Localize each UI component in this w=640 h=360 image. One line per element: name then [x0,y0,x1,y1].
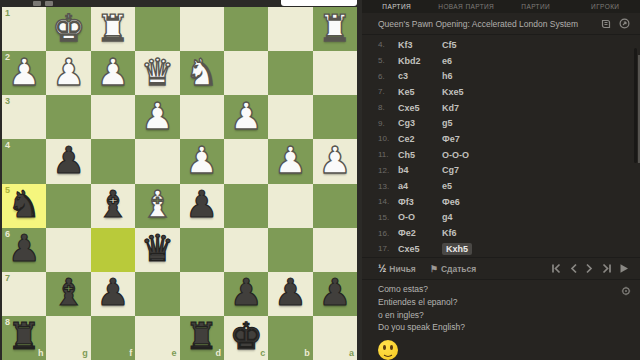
move-white[interactable]: Фe2 [398,228,442,238]
move-row: 12.b4Cg7 [362,163,640,179]
move-row: 9.Cg3g5 [362,115,640,131]
square-b7[interactable]: ♟ [268,272,312,316]
chat-message: Entiendes el epanol? [378,296,624,309]
black-rook[interactable]: ♜ [8,318,41,355]
half-point-icon: ½ [378,263,386,274]
file-label-a: a [349,349,354,358]
move-nav [551,263,640,274]
square-a8[interactable]: a [313,316,357,360]
white-rook[interactable]: ♜ [318,10,351,47]
black-pawn[interactable]: ♟ [318,274,351,311]
square-d2[interactable]: ♞ [180,51,224,95]
move-white[interactable]: Kf3 [398,40,442,50]
move-row: 8.Cxe5Kd7 [362,100,640,116]
square-c3[interactable]: ♟ [224,95,268,139]
square-e4[interactable] [135,139,179,183]
move-row: 14.Фf3Фe6 [362,194,640,210]
square-e5[interactable]: ♝ [135,184,179,228]
square-g8[interactable]: g [46,316,90,360]
chess-board[interactable]: 1♚♜♜2♟♟♟♛♞3♟♟4♟♟♟♟5♞♝♝♟6♟♛7♝♟♟♟♟8h♜gfed♜… [2,7,357,360]
move-number: 12. [378,166,398,175]
move-row: 11.Ch5O-O-O [362,147,640,163]
move-white[interactable]: Ch5 [398,150,442,160]
chat-area: Como estas?Entiendes el epanol?o en ingl… [362,278,640,360]
square-e6[interactable]: ♛ [135,228,179,272]
move-list-scrollbar[interactable] [634,48,637,163]
last-move-icon[interactable] [601,263,612,274]
black-pawn[interactable]: ♟ [274,274,307,311]
square-b1[interactable] [268,7,312,51]
black-king[interactable]: ♚ [229,318,262,355]
move-black[interactable]: Kxe5 [442,87,464,97]
square-g2[interactable]: ♟ [46,51,90,95]
square-g5[interactable] [46,184,90,228]
move-number: 16. [378,229,398,238]
square-d4[interactable]: ♟ [180,139,224,183]
move-number: 4. [378,40,398,49]
black-queen[interactable]: ♛ [141,230,174,267]
opening-book-icon[interactable] [601,19,611,29]
square-e7[interactable] [135,272,179,316]
move-black[interactable]: Cg7 [442,165,459,175]
black-pawn[interactable]: ♟ [96,274,129,311]
square-h2[interactable]: 2♟ [2,51,46,95]
file-label-f: f [129,349,132,358]
square-e3[interactable]: ♟ [135,95,179,139]
move-number: 10. [378,134,398,143]
square-c7[interactable]: ♟ [224,272,268,316]
rank-label-1: 1 [5,9,10,18]
black-bishop[interactable]: ♝ [96,186,129,223]
move-black[interactable]: Kf6 [442,228,457,238]
opening-name: Queen's Pawn Opening: Accelerated London… [378,19,601,29]
tab-партии[interactable]: ПАРТИИ [501,0,571,13]
move-number: 6. [378,72,398,81]
square-f4[interactable] [91,139,135,183]
square-f1[interactable]: ♜ [91,7,135,51]
white-pawn[interactable]: ♟ [185,142,218,179]
square-g4[interactable]: ♟ [46,139,90,183]
move-white[interactable]: Cxe5 [398,244,442,254]
move-black[interactable]: Kxh5 [442,244,472,254]
window-icons [33,1,53,6]
move-black[interactable]: g4 [442,212,453,222]
move-row: 10.Ce2Фe7 [362,131,640,147]
move-row: 17.Cxe5Kxh5 [362,241,640,257]
square-b8[interactable]: b [268,316,312,360]
resign-label: Сдаться [441,264,476,274]
square-a4[interactable]: ♟ [313,139,357,183]
square-g1[interactable]: ♚ [46,7,90,51]
panel-tabs: ПАРТИЯНОВАЯ ПАРТИЯПАРТИИИГРОКИ [362,0,640,13]
move-number: 17. [378,244,398,253]
move-white[interactable]: O-O [398,212,442,222]
draw-button[interactable]: ½ Ничья [378,263,416,274]
square-h7[interactable]: 7 [2,272,46,316]
draw-label: Ничья [389,264,415,274]
square-d6[interactable] [180,228,224,272]
move-row: 6.c3h6 [362,68,640,84]
square-c5[interactable] [224,184,268,228]
move-number: 8. [378,103,398,112]
file-label-e: e [171,349,176,358]
square-e1[interactable] [135,7,179,51]
white-bishop[interactable]: ♝ [141,186,174,223]
resign-button[interactable]: ⚑ Сдаться [430,264,476,274]
file-label-b: b [304,349,310,358]
move-white[interactable]: b4 [398,165,442,175]
square-a1[interactable]: ♜ [313,7,357,51]
rank-label-4: 4 [5,141,10,150]
move-black[interactable]: e6 [442,56,452,66]
move-number: 13. [378,182,398,191]
explorer-icon[interactable] [619,18,630,29]
cutoff-white-box [281,0,357,6]
move-black[interactable]: Kd7 [442,103,459,113]
rank-label-7: 7 [5,274,10,283]
move-row: 7.Ke5Kxe5 [362,84,640,100]
opening-row: Queen's Pawn Opening: Accelerated London… [362,13,640,35]
square-f6[interactable] [91,228,135,272]
square-d7[interactable] [180,272,224,316]
black-knight[interactable]: ♞ [8,186,41,223]
first-move-icon[interactable] [551,263,562,274]
square-b6[interactable] [268,228,312,272]
square-a3[interactable] [313,95,357,139]
square-a5[interactable] [313,184,357,228]
square-b3[interactable] [268,95,312,139]
chat-message: Como estas? [378,283,624,296]
tab-партия[interactable]: ПАРТИЯ [362,0,432,13]
move-white[interactable]: Cg3 [398,118,442,128]
square-c2[interactable] [224,51,268,95]
black-pawn[interactable]: ♟ [229,274,262,311]
square-a6[interactable] [313,228,357,272]
square-f7[interactable]: ♟ [91,272,135,316]
square-f5[interactable]: ♝ [91,184,135,228]
side-panel: ПАРТИЯНОВАЯ ПАРТИЯПАРТИИИГРОКИ Queen's P… [362,0,640,360]
previous-move-icon[interactable] [569,263,578,274]
square-a7[interactable]: ♟ [313,272,357,316]
move-black[interactable]: Фe7 [442,134,460,144]
white-queen[interactable]: ♛ [141,54,174,91]
top-strip [0,0,362,7]
move-black[interactable]: O-O-O [442,150,469,160]
square-h4[interactable]: 4 [2,139,46,183]
square-b5[interactable] [268,184,312,228]
square-f3[interactable] [91,95,135,139]
square-a2[interactable] [313,51,357,95]
chat-messages: Como estas?Entiendes el epanol?o en ingl… [378,283,624,334]
move-white[interactable]: Ke5 [398,87,442,97]
chat-settings-gear-icon[interactable] [621,282,631,300]
move-white[interactable]: Ce2 [398,134,442,144]
square-d5[interactable]: ♟ [180,184,224,228]
move-white[interactable]: Kbd2 [398,56,442,66]
move-number: 11. [378,150,398,159]
square-h3[interactable]: 3 [2,95,46,139]
move-black[interactable]: Cf5 [442,40,457,50]
tab-новая-партия[interactable]: НОВАЯ ПАРТИЯ [432,0,502,13]
white-pawn[interactable]: ♟ [141,98,174,135]
move-row: 16.Фe2Kf6 [362,225,640,241]
square-h6[interactable]: 6♟ [2,228,46,272]
move-white[interactable]: a4 [398,181,442,191]
move-black[interactable]: h6 [442,71,453,81]
white-pawn[interactable]: ♟ [274,142,307,179]
white-king[interactable]: ♚ [52,10,85,47]
move-number: 7. [378,87,398,96]
white-pawn[interactable]: ♟ [229,98,262,135]
move-black[interactable]: g5 [442,118,453,128]
square-d3[interactable] [180,95,224,139]
white-pawn[interactable]: ♟ [52,54,85,91]
chat-message: Do you speak English? [378,321,624,334]
smiley-face-emoji [378,340,398,360]
black-pawn[interactable]: ♟ [8,230,41,267]
square-c4[interactable] [224,139,268,183]
square-c1[interactable] [224,7,268,51]
square-g7[interactable]: ♝ [46,272,90,316]
tab-игроки[interactable]: ИГРОКИ [571,0,640,13]
autoplay-icon[interactable] [619,263,629,274]
resign-flag-icon: ⚑ [430,264,438,274]
move-row: 15.O-Og4 [362,210,640,226]
square-f2[interactable]: ♟ [91,51,135,95]
move-white[interactable]: Фf3 [398,197,442,207]
square-c8[interactable]: c♚ [224,316,268,360]
move-black[interactable]: Фe6 [442,197,460,207]
move-number: 5. [378,56,398,65]
move-row: 5.Kbd2e6 [362,53,640,69]
chat-message: o en ingles? [378,309,624,322]
square-h5[interactable]: 5♞ [2,184,46,228]
square-e8[interactable]: e [135,316,179,360]
square-b4[interactable]: ♟ [268,139,312,183]
square-g6[interactable] [46,228,90,272]
square-h8[interactable]: 8h♜ [2,316,46,360]
move-black[interactable]: e5 [442,181,452,191]
white-rook[interactable]: ♜ [96,10,129,47]
square-b2[interactable] [268,51,312,95]
black-pawn[interactable]: ♟ [185,186,218,223]
square-e2[interactable]: ♛ [135,51,179,95]
file-label-g: g [82,349,88,358]
square-d8[interactable]: d♜ [180,316,224,360]
white-pawn[interactable]: ♟ [318,142,351,179]
square-g3[interactable] [46,95,90,139]
move-list: 4.Kf3Cf55.Kbd2e66.c3h67.Ke5Kxe58.Cxe5Kd7… [362,37,640,257]
square-c6[interactable] [224,228,268,272]
white-pawn[interactable]: ♟ [96,54,129,91]
next-move-icon[interactable] [585,263,594,274]
move-white[interactable]: c3 [398,71,442,81]
square-d1[interactable] [180,7,224,51]
square-f8[interactable]: f [91,316,135,360]
move-number: 14. [378,197,398,206]
move-white[interactable]: Cxe5 [398,103,442,113]
white-knight[interactable]: ♞ [185,54,218,91]
rank-label-3: 3 [5,97,10,106]
square-h1[interactable]: 1 [2,7,46,51]
move-row: 4.Kf3Cf5 [362,37,640,53]
move-row: 13.a4e5 [362,178,640,194]
chess-app: 1♚♜♜2♟♟♟♛♞3♟♟4♟♟♟♟5♞♝♝♟6♟♛7♝♟♟♟♟8h♜gfed♜… [0,0,640,360]
white-pawn[interactable]: ♟ [8,54,41,91]
move-number: 9. [378,119,398,128]
black-bishop[interactable]: ♝ [52,274,85,311]
black-rook[interactable]: ♜ [185,318,218,355]
game-controls: ½ Ничья ⚑ Сдаться [362,257,640,280]
move-number: 15. [378,213,398,222]
black-pawn[interactable]: ♟ [52,142,85,179]
